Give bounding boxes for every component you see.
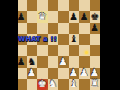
square-e6[interactable] xyxy=(58,23,69,34)
square-e7[interactable] xyxy=(58,11,69,22)
square-c2[interactable] xyxy=(37,68,48,79)
square-g7[interactable]: ♟ xyxy=(79,11,90,22)
square-d6[interactable] xyxy=(48,23,59,34)
square-f4[interactable] xyxy=(69,45,80,56)
piece-white-knight-d1[interactable]: ♞ xyxy=(48,79,57,89)
square-h7[interactable]: ♚ xyxy=(90,11,101,22)
square-e3[interactable]: ♟ xyxy=(58,56,69,67)
piece-white-pawn-h2[interactable]: ♟ xyxy=(90,68,99,78)
square-g3[interactable] xyxy=(79,56,90,67)
square-g6[interactable] xyxy=(79,23,90,34)
piece-white-rook-h1[interactable]: ♜ xyxy=(90,79,99,89)
square-e4[interactable] xyxy=(58,45,69,56)
thumbnail-stage: ♟♛♟♟♚♟♝♟♞♟♟♟♟♟♚♞♝♜ WHAT a !! xyxy=(0,0,120,90)
piece-white-pawn-f2[interactable]: ♟ xyxy=(69,68,78,78)
square-b2[interactable]: ♟ xyxy=(27,68,38,79)
square-f6[interactable] xyxy=(69,23,80,34)
square-d3[interactable] xyxy=(48,56,59,67)
square-g5[interactable] xyxy=(79,34,90,45)
square-e1[interactable] xyxy=(58,79,69,90)
square-c7[interactable]: ♛ xyxy=(37,11,48,22)
square-d1[interactable]: ♞ xyxy=(48,79,59,90)
square-b8[interactable] xyxy=(27,0,38,11)
letterbox-left xyxy=(0,0,18,90)
square-c8[interactable] xyxy=(37,0,48,11)
piece-white-queen-c7[interactable]: ♛ xyxy=(38,11,47,21)
square-f5[interactable]: ♝ xyxy=(69,34,80,45)
square-h4[interactable] xyxy=(90,45,101,56)
square-h6[interactable]: ♟ xyxy=(90,23,101,34)
square-h8[interactable] xyxy=(90,0,101,11)
square-c4[interactable] xyxy=(37,45,48,56)
square-g4[interactable] xyxy=(79,45,90,56)
square-h1[interactable]: ♜ xyxy=(90,79,101,90)
sparkle-effect xyxy=(85,51,88,54)
square-h5[interactable] xyxy=(90,34,101,45)
piece-black-pawn-f7[interactable]: ♟ xyxy=(69,11,78,21)
piece-black-king-h7[interactable]: ♚ xyxy=(90,11,99,21)
square-d7[interactable] xyxy=(48,11,59,22)
square-b7[interactable] xyxy=(27,11,38,22)
square-e5[interactable] xyxy=(58,34,69,45)
piece-white-pawn-b2[interactable]: ♟ xyxy=(27,68,36,78)
piece-black-pawn-g7[interactable]: ♟ xyxy=(80,11,89,21)
square-f7[interactable]: ♟ xyxy=(69,11,80,22)
square-h3[interactable] xyxy=(90,56,101,67)
square-h2[interactable]: ♟ xyxy=(90,68,101,79)
square-b3[interactable]: ♞ xyxy=(27,56,38,67)
chess-board: ♟♛♟♟♚♟♝♟♞♟♟♟♟♟♚♞♝♜ xyxy=(16,0,100,90)
piece-white-bishop-f1[interactable]: ♝ xyxy=(69,79,78,89)
square-d4[interactable] xyxy=(48,45,59,56)
square-c6[interactable] xyxy=(37,23,48,34)
piece-white-pawn-g2[interactable]: ♟ xyxy=(80,68,89,78)
square-d8[interactable] xyxy=(48,0,59,11)
piece-white-pawn-e3[interactable]: ♟ xyxy=(59,56,68,66)
square-f1[interactable]: ♝ xyxy=(69,79,80,90)
square-e8[interactable] xyxy=(58,0,69,11)
letterbox-right xyxy=(100,0,120,90)
square-f8[interactable] xyxy=(69,0,80,11)
square-c1[interactable]: ♚ xyxy=(37,79,48,90)
piece-black-pawn-a7[interactable]: ♟ xyxy=(17,11,26,21)
square-b4[interactable] xyxy=(27,45,38,56)
square-d2[interactable] xyxy=(48,68,59,79)
square-g8[interactable] xyxy=(79,0,90,11)
square-f3[interactable] xyxy=(69,56,80,67)
piece-black-knight-b3[interactable]: ♞ xyxy=(27,56,36,66)
thumbnail-caption: WHAT a !! xyxy=(18,35,57,43)
square-g1[interactable] xyxy=(79,79,90,90)
square-b1[interactable] xyxy=(27,79,38,90)
piece-black-pawn-h6[interactable]: ♟ xyxy=(90,23,99,33)
square-e2[interactable] xyxy=(58,68,69,79)
square-f2[interactable]: ♟ xyxy=(69,68,80,79)
square-g2[interactable]: ♟ xyxy=(79,68,90,79)
square-b6[interactable] xyxy=(27,23,38,34)
piece-black-pawn-a3[interactable]: ♟ xyxy=(17,56,26,66)
piece-black-bishop-f5[interactable]: ♝ xyxy=(69,34,78,44)
piece-white-king-c1[interactable]: ♚ xyxy=(38,79,47,89)
square-c3[interactable] xyxy=(37,56,48,67)
